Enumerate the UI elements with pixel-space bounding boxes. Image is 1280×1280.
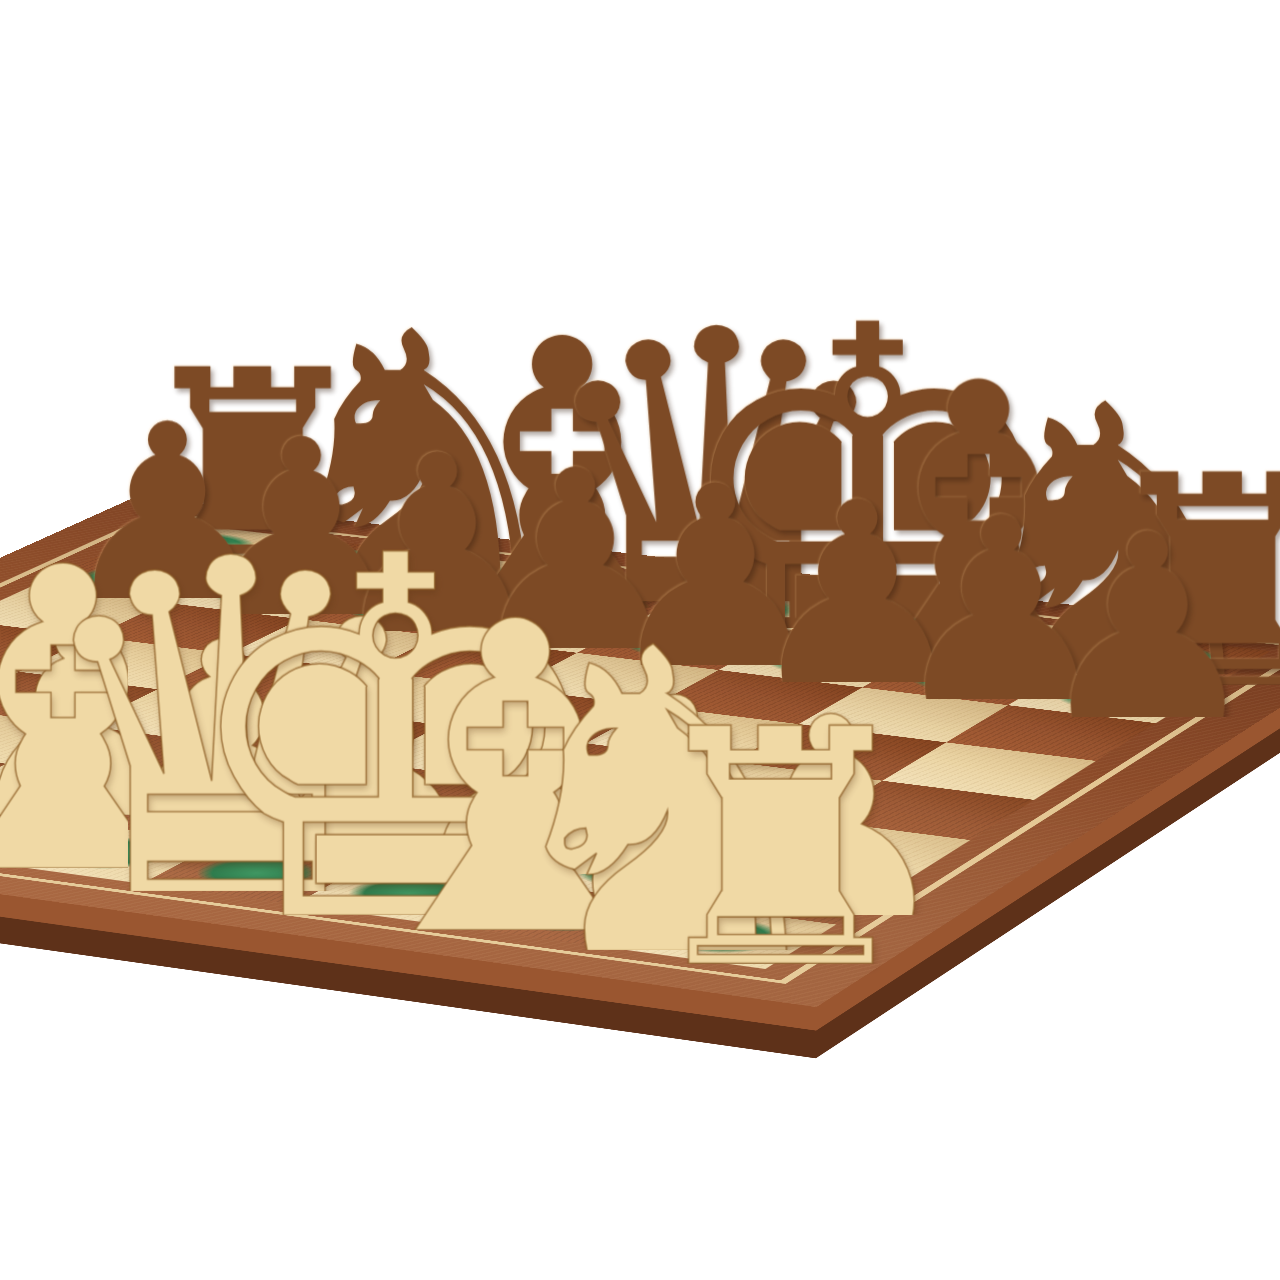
chess-board: ♜♞♝♛♚♝♞♜♟♟♟♟♟♟♟♟♟♟♟♟♟♟♟♟♜♞♝♛♚♝♞♜ — [0, 496, 1280, 1007]
piece-white-queen-d1[interactable]: ♛ — [23, 501, 191, 853]
product-photo-scene: ♜♞♝♛♚♝♞♜♟♟♟♟♟♟♟♟♟♟♟♟♟♟♟♟♜♞♝♛♚♝♞♜ — [0, 0, 1280, 1280]
piece-white-king-e1[interactable]: ♚ — [172, 494, 342, 873]
piece-white-knight-g1[interactable]: ♞ — [478, 595, 651, 915]
piece-black-pawn-g7[interactable]: ♟ — [887, 484, 1044, 678]
piece-white-rook-h1[interactable]: ♜ — [634, 688, 808, 936]
piece-white-bishop-f1[interactable]: ♝ — [324, 568, 495, 893]
piece-black-pawn-h7[interactable]: ♟ — [1032, 501, 1190, 696]
